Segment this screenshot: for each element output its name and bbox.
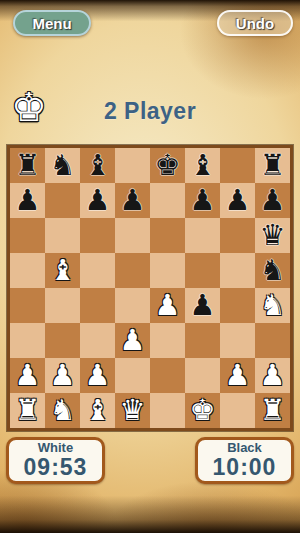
square-d1[interactable]: ♛: [115, 393, 150, 428]
black-rook: ♜: [10, 148, 45, 183]
square-f2[interactable]: [185, 358, 220, 393]
black-knight: ♞: [255, 253, 290, 288]
white-pawn: ♟: [220, 358, 255, 393]
white-bishop: ♝: [80, 393, 115, 428]
black-rook: ♜: [255, 148, 290, 183]
white-rook: ♜: [255, 393, 290, 428]
square-e7[interactable]: [150, 183, 185, 218]
square-c8[interactable]: ♝: [80, 148, 115, 183]
square-f8[interactable]: ♝: [185, 148, 220, 183]
square-f3[interactable]: [185, 323, 220, 358]
square-e6[interactable]: [150, 218, 185, 253]
app-screen: Menu Undo ♚ 2 Player ♜♞♝♚♝♜♟♟♟♟♟♟♛♝♞♟♟♞♟…: [0, 0, 300, 533]
white-pawn: ♟: [45, 358, 80, 393]
square-a1[interactable]: ♜: [10, 393, 45, 428]
square-g6[interactable]: [220, 218, 255, 253]
square-f5[interactable]: [185, 253, 220, 288]
square-d4[interactable]: [115, 288, 150, 323]
square-b6[interactable]: [45, 218, 80, 253]
square-b5[interactable]: ♝: [45, 253, 80, 288]
square-h8[interactable]: ♜: [255, 148, 290, 183]
white-knight: ♞: [255, 288, 290, 323]
square-a6[interactable]: [10, 218, 45, 253]
menu-button[interactable]: Menu: [13, 10, 91, 36]
black-king: ♚: [150, 148, 185, 183]
square-h4[interactable]: ♞: [255, 288, 290, 323]
white-king: ♚: [185, 393, 220, 428]
square-a4[interactable]: [10, 288, 45, 323]
square-f6[interactable]: [185, 218, 220, 253]
black-clock: Black 10:00: [195, 437, 294, 484]
undo-button[interactable]: Undo: [217, 10, 293, 36]
chess-board: ♜♞♝♚♝♜♟♟♟♟♟♟♛♝♞♟♟♞♟♟♟♟♟♟♜♞♝♛♚♜: [7, 145, 293, 431]
white-pawn: ♟: [150, 288, 185, 323]
white-pawn: ♟: [115, 323, 150, 358]
square-h6[interactable]: ♛: [255, 218, 290, 253]
square-g7[interactable]: ♟: [220, 183, 255, 218]
square-g8[interactable]: [220, 148, 255, 183]
white-clock-time: 09:53: [24, 455, 88, 480]
square-d3[interactable]: ♟: [115, 323, 150, 358]
square-a8[interactable]: ♜: [10, 148, 45, 183]
square-c6[interactable]: [80, 218, 115, 253]
square-b4[interactable]: [45, 288, 80, 323]
square-e3[interactable]: [150, 323, 185, 358]
square-a7[interactable]: ♟: [10, 183, 45, 218]
square-d8[interactable]: [115, 148, 150, 183]
square-b2[interactable]: ♟: [45, 358, 80, 393]
square-f1[interactable]: ♚: [185, 393, 220, 428]
square-g5[interactable]: [220, 253, 255, 288]
black-pawn: ♟: [220, 183, 255, 218]
square-b7[interactable]: [45, 183, 80, 218]
square-g1[interactable]: [220, 393, 255, 428]
square-c1[interactable]: ♝: [80, 393, 115, 428]
square-f4[interactable]: ♟: [185, 288, 220, 323]
square-g4[interactable]: [220, 288, 255, 323]
square-d5[interactable]: [115, 253, 150, 288]
square-b8[interactable]: ♞: [45, 148, 80, 183]
white-knight: ♞: [45, 393, 80, 428]
square-h7[interactable]: ♟: [255, 183, 290, 218]
square-c4[interactable]: [80, 288, 115, 323]
white-clock: White 09:53: [6, 437, 105, 484]
square-d7[interactable]: ♟: [115, 183, 150, 218]
white-pawn: ♟: [255, 358, 290, 393]
black-knight: ♞: [45, 148, 80, 183]
square-a3[interactable]: [10, 323, 45, 358]
white-rook: ♜: [10, 393, 45, 428]
square-h5[interactable]: ♞: [255, 253, 290, 288]
square-g3[interactable]: [220, 323, 255, 358]
black-bishop: ♝: [185, 148, 220, 183]
square-h3[interactable]: [255, 323, 290, 358]
white-pawn: ♟: [80, 358, 115, 393]
black-pawn: ♟: [255, 183, 290, 218]
black-pawn: ♟: [115, 183, 150, 218]
square-a5[interactable]: [10, 253, 45, 288]
black-clock-time: 10:00: [213, 455, 277, 480]
black-bishop: ♝: [80, 148, 115, 183]
square-e8[interactable]: ♚: [150, 148, 185, 183]
black-pawn: ♟: [10, 183, 45, 218]
square-c7[interactable]: ♟: [80, 183, 115, 218]
white-clock-label: White: [38, 441, 73, 455]
square-b1[interactable]: ♞: [45, 393, 80, 428]
square-f7[interactable]: ♟: [185, 183, 220, 218]
black-pawn: ♟: [185, 288, 220, 323]
black-clock-label: Black: [227, 441, 262, 455]
square-h1[interactable]: ♜: [255, 393, 290, 428]
square-b3[interactable]: [45, 323, 80, 358]
square-c5[interactable]: [80, 253, 115, 288]
square-e1[interactable]: [150, 393, 185, 428]
white-bishop: ♝: [45, 253, 80, 288]
square-c3[interactable]: [80, 323, 115, 358]
square-g2[interactable]: ♟: [220, 358, 255, 393]
black-queen: ♛: [255, 218, 290, 253]
square-a2[interactable]: ♟: [10, 358, 45, 393]
white-queen: ♛: [115, 393, 150, 428]
white-king-icon: ♚: [11, 84, 47, 130]
black-pawn: ♟: [80, 183, 115, 218]
square-e5[interactable]: [150, 253, 185, 288]
square-h2[interactable]: ♟: [255, 358, 290, 393]
black-pawn: ♟: [185, 183, 220, 218]
square-e2[interactable]: [150, 358, 185, 393]
square-d2[interactable]: [115, 358, 150, 393]
square-d6[interactable]: [115, 218, 150, 253]
white-pawn: ♟: [10, 358, 45, 393]
square-e4[interactable]: ♟: [150, 288, 185, 323]
square-c2[interactable]: ♟: [80, 358, 115, 393]
